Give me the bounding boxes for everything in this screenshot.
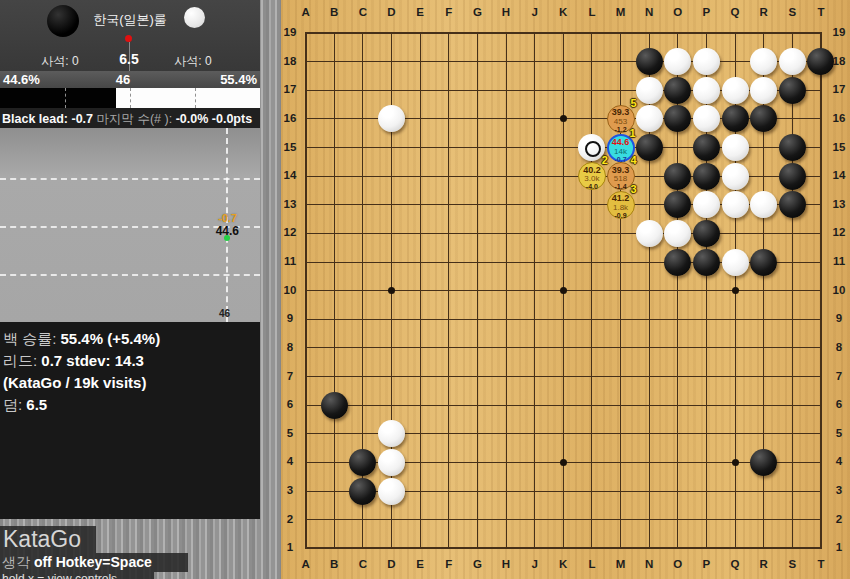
white-stone-O18 <box>664 48 691 75</box>
coord-label-right: 19 <box>830 26 848 38</box>
coord-label-top: M <box>612 6 630 18</box>
black-stone-T18 <box>807 48 834 75</box>
white-stone-D16 <box>378 105 405 132</box>
coord-label-right: 14 <box>830 169 848 181</box>
coord-label-top: H <box>497 6 515 18</box>
half-mark <box>130 88 131 108</box>
black-stone-R4 <box>750 449 777 476</box>
coord-label-bottom: E <box>411 558 429 570</box>
coord-label-right: 4 <box>830 455 848 467</box>
black-stone-R11 <box>750 249 777 276</box>
coord-label-left: 7 <box>281 370 299 382</box>
coord-label-left: 19 <box>281 26 299 38</box>
coord-label-bottom: K <box>554 558 572 570</box>
white-stone-S18 <box>779 48 806 75</box>
white-stone-P13 <box>693 191 720 218</box>
coord-label-right: 1 <box>830 541 848 553</box>
white-stone-O12 <box>664 220 691 247</box>
coord-label-right: 6 <box>830 398 848 410</box>
coord-label-left: 1 <box>281 541 299 553</box>
white-stone-N17 <box>636 77 663 104</box>
grid-line <box>792 32 793 549</box>
black-stone-O14 <box>664 163 691 190</box>
coord-label-bottom: B <box>325 558 343 570</box>
white-winrate-label: 55.4% <box>220 72 257 87</box>
coord-label-bottom: T <box>812 558 830 570</box>
white-stone-Q11 <box>722 249 749 276</box>
graph-score-label: -0.7 <box>218 212 237 224</box>
candidate-vis-label: 14k <box>609 148 633 156</box>
grid-line <box>305 319 822 320</box>
coord-label-bottom: L <box>583 558 601 570</box>
black-stone-Q16 <box>722 105 749 132</box>
coord-label-top: T <box>812 6 830 18</box>
white-stone-D3 <box>378 478 405 505</box>
coord-label-left: 2 <box>281 513 299 525</box>
white-player-stone-icon <box>184 7 205 28</box>
coord-label-top: Q <box>726 6 744 18</box>
white-stone-R17 <box>750 77 777 104</box>
candidate-vis-label: 518 <box>608 175 634 183</box>
coord-label-top: C <box>354 6 372 18</box>
black-stone-C3 <box>349 478 376 505</box>
coord-label-top: D <box>382 6 400 18</box>
candidate-vis-label: 3.0k <box>579 175 605 183</box>
info-line-lead: 리드: 0.7 stdev: 14.3 <box>3 352 144 372</box>
last-move-label: 마지막 수(# ): <box>93 112 176 126</box>
coord-label-left: 5 <box>281 427 299 439</box>
graph-gridline <box>0 274 260 276</box>
star-point-D10 <box>388 287 395 294</box>
white-stone-Q14 <box>722 163 749 190</box>
coord-label-bottom: G <box>468 558 486 570</box>
coord-label-right: 17 <box>830 83 848 95</box>
coord-label-bottom: H <box>497 558 515 570</box>
coord-label-bottom: S <box>783 558 801 570</box>
coord-label-left: 4 <box>281 455 299 467</box>
star-point-Q4 <box>732 459 739 466</box>
coord-label-bottom: F <box>440 558 458 570</box>
winrate-label-row: 44.6% 46 55.4% <box>0 71 260 88</box>
go-board[interactable]: AABBCCDDEEFFGGHHJJKKLLMMNNOOPPQQRRSSTT19… <box>281 0 850 579</box>
coord-label-right: 16 <box>830 112 848 124</box>
coord-label-left: 6 <box>281 398 299 410</box>
white-stone-D5 <box>378 420 405 447</box>
coord-label-bottom: C <box>354 558 372 570</box>
grid-line <box>305 376 822 377</box>
coord-label-left: 16 <box>281 112 299 124</box>
candidate-move-M13[interactable]: 41.21.8k-0.93 <box>607 191 635 219</box>
coord-label-right: 9 <box>830 312 848 324</box>
coord-label-left: 10 <box>281 284 299 296</box>
coord-label-right: 3 <box>830 484 848 496</box>
last-move-delta: -0.0% -0.0pts <box>176 112 252 126</box>
info-line-komi: 덤: 6.5 <box>3 396 47 416</box>
coord-label-left: 18 <box>281 55 299 67</box>
coord-label-top: P <box>697 6 715 18</box>
thinking-value: off Hotkey=Space <box>30 554 152 570</box>
coord-label-top: S <box>783 6 801 18</box>
grid-line <box>305 519 822 520</box>
black-stone-O16 <box>664 105 691 132</box>
candidate-rank-badge: 2 <box>602 154 608 166</box>
star-point-K10 <box>560 287 567 294</box>
player-header-panel: 한국(일본)룰 사석: 0 6.5 사석: 0 <box>0 0 260 71</box>
grid-line <box>305 547 822 549</box>
black-stone-S14 <box>779 163 806 190</box>
coord-label-right: 7 <box>830 370 848 382</box>
candidate-move-L14[interactable]: 40.23.0k-4.02 <box>578 162 606 190</box>
coord-label-top: R <box>755 6 773 18</box>
graph-gridline <box>0 178 260 180</box>
candidate-vis-label: 1.8k <box>608 204 634 212</box>
star-point-K16 <box>560 115 567 122</box>
black-lead-value: Black lead: -0.7 <box>2 112 93 126</box>
coord-label-right: 10 <box>830 284 848 296</box>
hint-bar: hold x = view controls <box>0 572 154 579</box>
candidate-rank-badge: 4 <box>630 154 636 166</box>
black-stone-N18 <box>636 48 663 75</box>
coord-label-right: 5 <box>830 427 848 439</box>
candidate-rank-badge: 5 <box>630 97 636 109</box>
white-stone-R13 <box>750 191 777 218</box>
star-point-Q10 <box>732 287 739 294</box>
white-stone-Q17 <box>722 77 749 104</box>
black-stone-P11 <box>693 249 720 276</box>
coord-label-bottom: R <box>755 558 773 570</box>
coord-label-right: 8 <box>830 341 848 353</box>
black-stone-O13 <box>664 191 691 218</box>
coord-label-right: 2 <box>830 513 848 525</box>
white-stone-Q13 <box>722 191 749 218</box>
grid-line <box>305 347 822 348</box>
quarter-mark <box>65 88 66 108</box>
coord-label-left: 14 <box>281 169 299 181</box>
coord-label-left: 3 <box>281 484 299 496</box>
coord-label-right: 15 <box>830 141 848 153</box>
grid-line <box>591 32 592 549</box>
coord-label-bottom: J <box>526 558 544 570</box>
coord-label-left: 9 <box>281 312 299 324</box>
coord-label-left: 13 <box>281 198 299 210</box>
quarter-mark <box>195 88 196 108</box>
black-stone-O17 <box>664 77 691 104</box>
graph-current-move-dot <box>224 235 230 241</box>
coord-label-top: L <box>583 6 601 18</box>
coord-label-top: A <box>297 6 315 18</box>
graph-move-number-label: 46 <box>219 308 230 319</box>
coord-label-left: 11 <box>281 255 299 267</box>
candidate-move-M14[interactable]: 39.3518-1.44 <box>607 162 635 190</box>
black-stone-S15 <box>779 134 806 161</box>
info-line-winrate: 백 승률: 55.4% (+5.4%) <box>3 330 160 350</box>
coord-label-bottom: N <box>640 558 658 570</box>
black-stone-S13 <box>779 191 806 218</box>
coord-label-top: E <box>411 6 429 18</box>
black-stone-B6 <box>321 392 348 419</box>
coord-label-top: O <box>669 6 687 18</box>
coord-label-left: 8 <box>281 341 299 353</box>
winrate-bar-black-fill <box>0 88 116 108</box>
coord-label-bottom: M <box>612 558 630 570</box>
coord-label-left: 15 <box>281 141 299 153</box>
black-stone-P15 <box>693 134 720 161</box>
coord-label-bottom: D <box>382 558 400 570</box>
black-stone-R16 <box>750 105 777 132</box>
coord-label-bottom: P <box>697 558 715 570</box>
candidate-vis-label: 453 <box>608 118 634 126</box>
coord-label-right: 13 <box>830 198 848 210</box>
coord-label-right: 11 <box>830 255 848 267</box>
black-captures-label: 사석: 0 <box>18 53 102 69</box>
winrate-bar <box>0 88 260 108</box>
coord-label-top: F <box>440 6 458 18</box>
white-stone-D4 <box>378 449 405 476</box>
lead-status-bar: Black lead: -0.7 마지막 수(# ): -0.0% -0.0pt… <box>0 108 260 128</box>
white-stone-Q15 <box>722 134 749 161</box>
coord-label-top: K <box>554 6 572 18</box>
black-stone-C4 <box>349 449 376 476</box>
coord-label-bottom: A <box>297 558 315 570</box>
star-point-K4 <box>560 459 567 466</box>
white-captures-label: 사석: 0 <box>151 53 235 69</box>
white-stone-P18 <box>693 48 720 75</box>
candidate-sc-label: -0.9 <box>608 212 634 220</box>
coord-label-bottom: Q <box>726 558 744 570</box>
coord-label-top: J <box>526 6 544 18</box>
move-number-label: 46 <box>100 72 146 87</box>
komi-value: 6.5 <box>103 51 155 69</box>
app-name-label: KataGo <box>0 526 96 553</box>
candidate-sc-label: -4.0 <box>579 183 605 191</box>
analysis-info-panel: 백 승률: 55.4% (+5.4%) 리드: 0.7 stdev: 14.3 … <box>0 322 260 519</box>
coord-label-top: G <box>468 6 486 18</box>
black-stone-N15 <box>636 134 663 161</box>
winrate-graph[interactable]: -0.7 44.6 46 <box>0 128 260 322</box>
black-stone-P12 <box>693 220 720 247</box>
white-stone-N12 <box>636 220 663 247</box>
candidate-sc-label: -1.2 <box>608 126 634 134</box>
rules-title: 한국(일본)룰 <box>75 11 185 29</box>
thinking-label: 생각 <box>2 554 30 570</box>
coord-label-right: 12 <box>830 226 848 238</box>
black-stone-O11 <box>664 249 691 276</box>
coord-label-top: N <box>640 6 658 18</box>
grid-line <box>820 32 822 549</box>
thinking-status-bar: 생각 off Hotkey=Space <box>0 553 188 572</box>
black-stone-S17 <box>779 77 806 104</box>
coord-label-top: B <box>325 6 343 18</box>
white-stone-N16 <box>636 105 663 132</box>
last-move-marker <box>585 141 601 157</box>
white-stone-P17 <box>693 77 720 104</box>
info-line-engine: (KataGo / 19k visits) <box>3 374 146 394</box>
black-stone-P14 <box>693 163 720 190</box>
coord-label-left: 12 <box>281 226 299 238</box>
coord-label-bottom: O <box>669 558 687 570</box>
coord-label-left: 17 <box>281 83 299 95</box>
app-window: 한국(일본)룰 사석: 0 6.5 사석: 0 44.6% 46 55.4% B… <box>0 0 850 579</box>
komi-marker-dot <box>125 35 132 42</box>
candidate-sc-label: -1.4 <box>608 183 634 191</box>
candidate-move-M16[interactable]: 39.3453-1.25 <box>607 105 635 133</box>
white-stone-P16 <box>693 105 720 132</box>
grid-line <box>305 405 822 406</box>
white-stone-R18 <box>750 48 777 75</box>
black-winrate-label: 44.6% <box>3 72 40 87</box>
